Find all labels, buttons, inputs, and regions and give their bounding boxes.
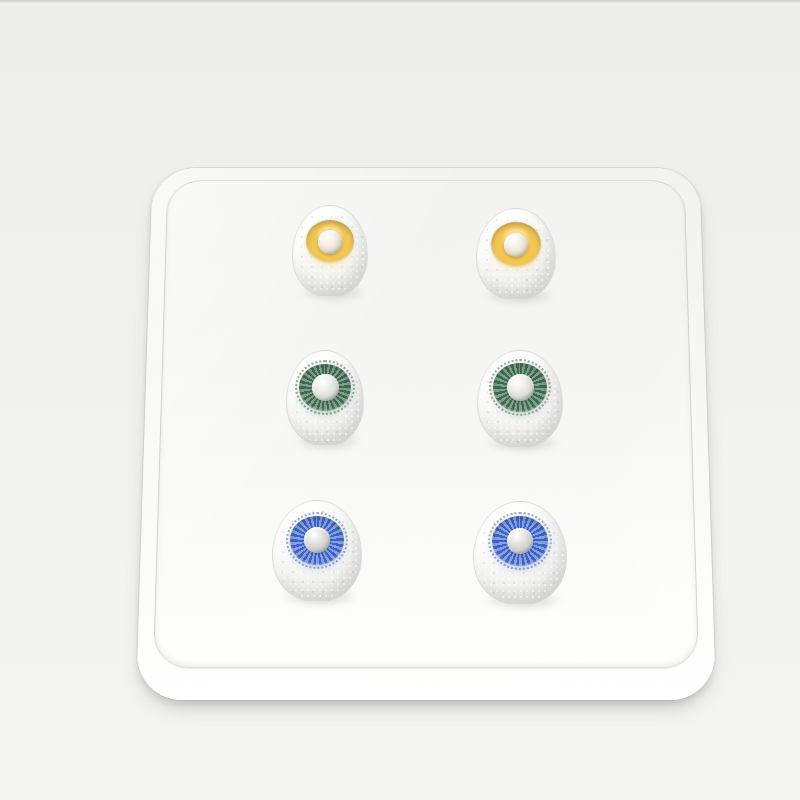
tip-center-pearl <box>312 374 339 401</box>
tip-core-ring <box>492 516 548 566</box>
ear-tip-yellow-right <box>476 208 556 300</box>
tip-core-ring <box>491 222 541 267</box>
scene <box>0 0 800 800</box>
tip-center-pearl <box>507 528 533 554</box>
ear-tip-yellow-left <box>292 205 368 297</box>
ear-tip-green-right <box>477 350 563 448</box>
ear-tip-blue-right <box>473 501 567 605</box>
tip-center-pearl <box>504 233 528 257</box>
ear-tip-blue-left <box>272 500 362 602</box>
tip-center-pearl <box>318 230 342 254</box>
tip-core-ring <box>493 363 547 412</box>
tip-core-ring <box>290 516 344 565</box>
tip-core-ring <box>306 220 354 263</box>
tip-center-pearl <box>304 527 330 553</box>
photo-top-edge <box>0 0 800 3</box>
tip-center-pearl <box>507 374 534 401</box>
tip-core-ring <box>299 364 351 411</box>
ear-tip-green-left <box>286 350 364 446</box>
ear-tips-layer <box>0 0 800 800</box>
